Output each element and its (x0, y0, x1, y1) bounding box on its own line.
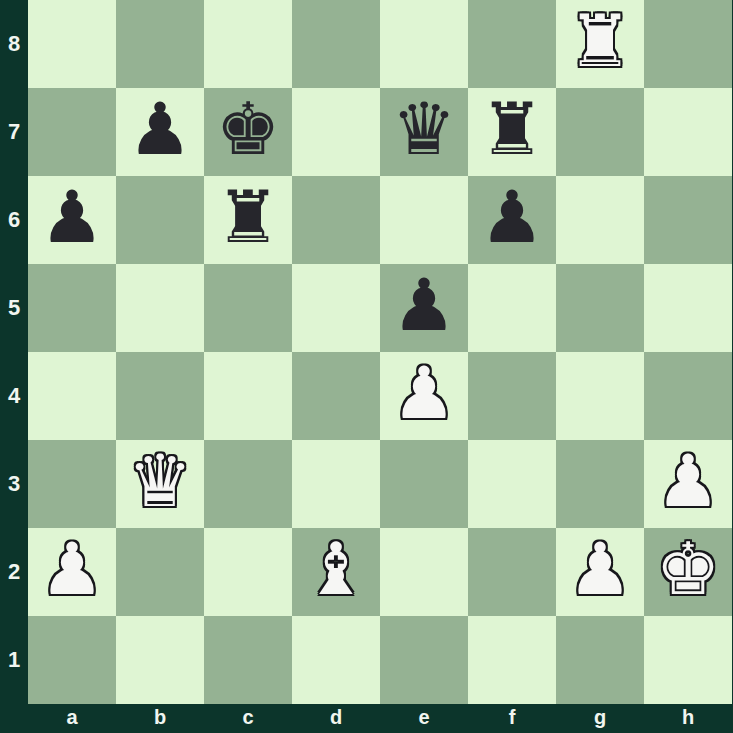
file-label-c: c (204, 704, 292, 733)
piece-black-king-c7[interactable]: ♚ (216, 85, 281, 173)
piece-white-pawn-a2[interactable]: ♟ (40, 525, 105, 613)
square-f5[interactable] (468, 264, 556, 352)
square-c1[interactable] (204, 616, 292, 704)
piece-black-rook-f7[interactable]: ♜ (480, 85, 545, 173)
square-d6[interactable] (292, 176, 380, 264)
square-a1[interactable] (28, 616, 116, 704)
square-g6[interactable] (556, 176, 644, 264)
rank-label-8: 8 (0, 0, 28, 88)
square-b5[interactable] (116, 264, 204, 352)
square-c8[interactable] (204, 0, 292, 88)
square-b3[interactable]: ♛ (116, 440, 204, 528)
square-e4[interactable]: ♟ (380, 352, 468, 440)
square-h3[interactable]: ♟ (644, 440, 732, 528)
square-f3[interactable] (468, 440, 556, 528)
square-e3[interactable] (380, 440, 468, 528)
square-e5[interactable]: ♟ (380, 264, 468, 352)
square-e7[interactable]: ♛ (380, 88, 468, 176)
square-d8[interactable] (292, 0, 380, 88)
square-c7[interactable]: ♚ (204, 88, 292, 176)
rank-label-4: 4 (0, 352, 28, 440)
square-e1[interactable] (380, 616, 468, 704)
piece-black-pawn-a6[interactable]: ♟ (40, 173, 105, 261)
file-label-b: b (116, 704, 204, 733)
square-b1[interactable] (116, 616, 204, 704)
piece-white-bishop-d2[interactable]: ♝ (304, 525, 369, 613)
square-b8[interactable] (116, 0, 204, 88)
square-h5[interactable] (644, 264, 732, 352)
square-g3[interactable] (556, 440, 644, 528)
square-c2[interactable] (204, 528, 292, 616)
file-label-g: g (556, 704, 644, 733)
square-f6[interactable]: ♟ (468, 176, 556, 264)
square-d2[interactable]: ♝ (292, 528, 380, 616)
file-label-a: a (28, 704, 116, 733)
piece-black-rook-c6[interactable]: ♜ (216, 173, 281, 261)
file-label-h: h (644, 704, 732, 733)
square-h6[interactable] (644, 176, 732, 264)
square-g5[interactable] (556, 264, 644, 352)
file-label-f: f (468, 704, 556, 733)
square-a8[interactable] (28, 0, 116, 88)
square-h8[interactable] (644, 0, 732, 88)
square-f2[interactable] (468, 528, 556, 616)
square-d5[interactable] (292, 264, 380, 352)
square-g4[interactable] (556, 352, 644, 440)
square-e6[interactable] (380, 176, 468, 264)
square-h7[interactable] (644, 88, 732, 176)
square-f8[interactable] (468, 0, 556, 88)
square-d4[interactable] (292, 352, 380, 440)
piece-black-pawn-b7[interactable]: ♟ (128, 85, 193, 173)
piece-white-pawn-g2[interactable]: ♟ (568, 525, 633, 613)
square-c5[interactable] (204, 264, 292, 352)
piece-white-rook-g8[interactable]: ♜ (568, 0, 633, 85)
square-g1[interactable] (556, 616, 644, 704)
square-c4[interactable] (204, 352, 292, 440)
square-h4[interactable] (644, 352, 732, 440)
square-a6[interactable]: ♟ (28, 176, 116, 264)
file-label-d: d (292, 704, 380, 733)
rank-label-5: 5 (0, 264, 28, 352)
square-e8[interactable] (380, 0, 468, 88)
board-grid: 8♜7♟♚♛♜6♟♜♟5♟4♟3♛♟2♟♝♟♚1abcdefgh (0, 0, 732, 733)
rank-label-1: 1 (0, 616, 28, 704)
square-f4[interactable] (468, 352, 556, 440)
square-h1[interactable] (644, 616, 732, 704)
square-d1[interactable] (292, 616, 380, 704)
square-b6[interactable] (116, 176, 204, 264)
board-corner (0, 704, 28, 733)
file-label-e: e (380, 704, 468, 733)
piece-white-king-h2[interactable]: ♚ (656, 525, 721, 613)
chess-board: 8♜7♟♚♛♜6♟♜♟5♟4♟3♛♟2♟♝♟♚1abcdefgh (0, 0, 733, 733)
square-c6[interactable]: ♜ (204, 176, 292, 264)
square-a4[interactable] (28, 352, 116, 440)
rank-label-2: 2 (0, 528, 28, 616)
square-g7[interactable] (556, 88, 644, 176)
square-b4[interactable] (116, 352, 204, 440)
piece-black-queen-e7[interactable]: ♛ (392, 85, 457, 173)
square-g2[interactable]: ♟ (556, 528, 644, 616)
piece-black-pawn-e5[interactable]: ♟ (392, 261, 457, 349)
piece-white-pawn-e4[interactable]: ♟ (392, 349, 457, 437)
square-h2[interactable]: ♚ (644, 528, 732, 616)
square-g8[interactable]: ♜ (556, 0, 644, 88)
rank-label-7: 7 (0, 88, 28, 176)
square-a3[interactable] (28, 440, 116, 528)
piece-black-pawn-f6[interactable]: ♟ (480, 173, 545, 261)
square-a5[interactable] (28, 264, 116, 352)
square-c3[interactable] (204, 440, 292, 528)
square-f7[interactable]: ♜ (468, 88, 556, 176)
rank-label-6: 6 (0, 176, 28, 264)
square-e2[interactable] (380, 528, 468, 616)
square-a2[interactable]: ♟ (28, 528, 116, 616)
square-a7[interactable] (28, 88, 116, 176)
square-b2[interactable] (116, 528, 204, 616)
square-d3[interactable] (292, 440, 380, 528)
square-b7[interactable]: ♟ (116, 88, 204, 176)
piece-white-pawn-h3[interactable]: ♟ (656, 437, 721, 525)
rank-label-3: 3 (0, 440, 28, 528)
square-d7[interactable] (292, 88, 380, 176)
square-f1[interactable] (468, 616, 556, 704)
piece-white-queen-b3[interactable]: ♛ (128, 437, 193, 525)
